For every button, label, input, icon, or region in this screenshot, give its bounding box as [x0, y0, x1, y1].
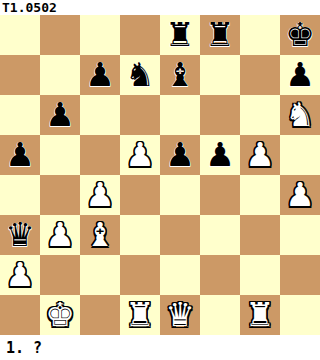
square-g1[interactable]: ♜	[240, 295, 280, 335]
square-f3[interactable]	[200, 215, 240, 255]
square-b6[interactable]: ♟	[40, 95, 80, 135]
square-f6[interactable]	[200, 95, 240, 135]
piece-black-rook: ♜	[160, 15, 200, 55]
piece-white-pawn: ♟	[120, 135, 160, 175]
move-prompt: 1. ?	[0, 335, 320, 360]
square-c5[interactable]	[80, 135, 120, 175]
piece-white-pawn: ♟	[0, 255, 40, 295]
square-c7[interactable]: ♟	[80, 55, 120, 95]
square-b1[interactable]: ♚	[40, 295, 80, 335]
square-f4[interactable]	[200, 175, 240, 215]
piece-white-rook: ♜	[240, 295, 280, 335]
square-e4[interactable]	[160, 175, 200, 215]
square-g7[interactable]	[240, 55, 280, 95]
square-f1[interactable]	[200, 295, 240, 335]
piece-black-pawn: ♟	[80, 55, 120, 95]
square-a7[interactable]	[0, 55, 40, 95]
piece-black-pawn: ♟	[280, 55, 320, 95]
chess-board: ♜♜♚♟♞♝♟♟♞♟♟♟♟♟♟♟♛♟♝♟♚♜♛♜	[0, 15, 320, 335]
piece-white-rook: ♜	[120, 295, 160, 335]
square-h6[interactable]: ♞	[280, 95, 320, 135]
square-a5[interactable]: ♟	[0, 135, 40, 175]
square-c2[interactable]	[80, 255, 120, 295]
square-e1[interactable]: ♛	[160, 295, 200, 335]
square-b7[interactable]	[40, 55, 80, 95]
square-d6[interactable]	[120, 95, 160, 135]
square-a4[interactable]	[0, 175, 40, 215]
square-h2[interactable]	[280, 255, 320, 295]
square-h8[interactable]: ♚	[280, 15, 320, 55]
square-c1[interactable]	[80, 295, 120, 335]
square-g4[interactable]	[240, 175, 280, 215]
puzzle-title: T1.0502	[0, 0, 320, 15]
square-f8[interactable]: ♜	[200, 15, 240, 55]
square-a6[interactable]	[0, 95, 40, 135]
piece-black-pawn: ♟	[160, 135, 200, 175]
piece-black-king: ♚	[280, 15, 320, 55]
square-h7[interactable]: ♟	[280, 55, 320, 95]
square-a3[interactable]: ♛	[0, 215, 40, 255]
square-g2[interactable]	[240, 255, 280, 295]
square-c3[interactable]: ♝	[80, 215, 120, 255]
piece-black-pawn: ♟	[200, 135, 240, 175]
square-f5[interactable]: ♟	[200, 135, 240, 175]
piece-white-pawn: ♟	[280, 175, 320, 215]
square-b2[interactable]	[40, 255, 80, 295]
square-b8[interactable]	[40, 15, 80, 55]
square-c8[interactable]	[80, 15, 120, 55]
square-d3[interactable]	[120, 215, 160, 255]
piece-black-knight: ♞	[120, 55, 160, 95]
square-e2[interactable]	[160, 255, 200, 295]
piece-black-pawn: ♟	[0, 135, 40, 175]
square-e6[interactable]	[160, 95, 200, 135]
square-f2[interactable]	[200, 255, 240, 295]
piece-white-knight: ♞	[280, 95, 320, 135]
piece-white-king: ♚	[40, 295, 80, 335]
square-d1[interactable]: ♜	[120, 295, 160, 335]
square-d8[interactable]	[120, 15, 160, 55]
square-e8[interactable]: ♜	[160, 15, 200, 55]
piece-white-pawn: ♟	[240, 135, 280, 175]
square-b5[interactable]	[40, 135, 80, 175]
square-e5[interactable]: ♟	[160, 135, 200, 175]
square-e3[interactable]	[160, 215, 200, 255]
piece-black-rook: ♜	[200, 15, 240, 55]
square-h5[interactable]	[280, 135, 320, 175]
puzzle-page: T1.0502 ♜♜♚♟♞♝♟♟♞♟♟♟♟♟♟♟♛♟♝♟♚♜♛♜ 1. ?	[0, 0, 320, 360]
square-a2[interactable]: ♟	[0, 255, 40, 295]
square-d5[interactable]: ♟	[120, 135, 160, 175]
square-d7[interactable]: ♞	[120, 55, 160, 95]
square-b3[interactable]: ♟	[40, 215, 80, 255]
square-g6[interactable]	[240, 95, 280, 135]
square-a8[interactable]	[0, 15, 40, 55]
square-e7[interactable]: ♝	[160, 55, 200, 95]
piece-white-pawn: ♟	[40, 215, 80, 255]
square-h4[interactable]: ♟	[280, 175, 320, 215]
piece-white-pawn: ♟	[80, 175, 120, 215]
piece-white-queen: ♛	[160, 295, 200, 335]
square-f7[interactable]	[200, 55, 240, 95]
piece-black-queen: ♛	[0, 215, 40, 255]
square-h3[interactable]	[280, 215, 320, 255]
piece-black-bishop: ♝	[160, 55, 200, 95]
piece-white-bishop: ♝	[80, 215, 120, 255]
square-g8[interactable]	[240, 15, 280, 55]
square-g3[interactable]	[240, 215, 280, 255]
square-d2[interactable]	[120, 255, 160, 295]
square-b4[interactable]	[40, 175, 80, 215]
square-c6[interactable]	[80, 95, 120, 135]
square-h1[interactable]	[280, 295, 320, 335]
square-d4[interactable]	[120, 175, 160, 215]
square-g5[interactable]: ♟	[240, 135, 280, 175]
square-a1[interactable]	[0, 295, 40, 335]
square-c4[interactable]: ♟	[80, 175, 120, 215]
piece-black-pawn: ♟	[40, 95, 80, 135]
